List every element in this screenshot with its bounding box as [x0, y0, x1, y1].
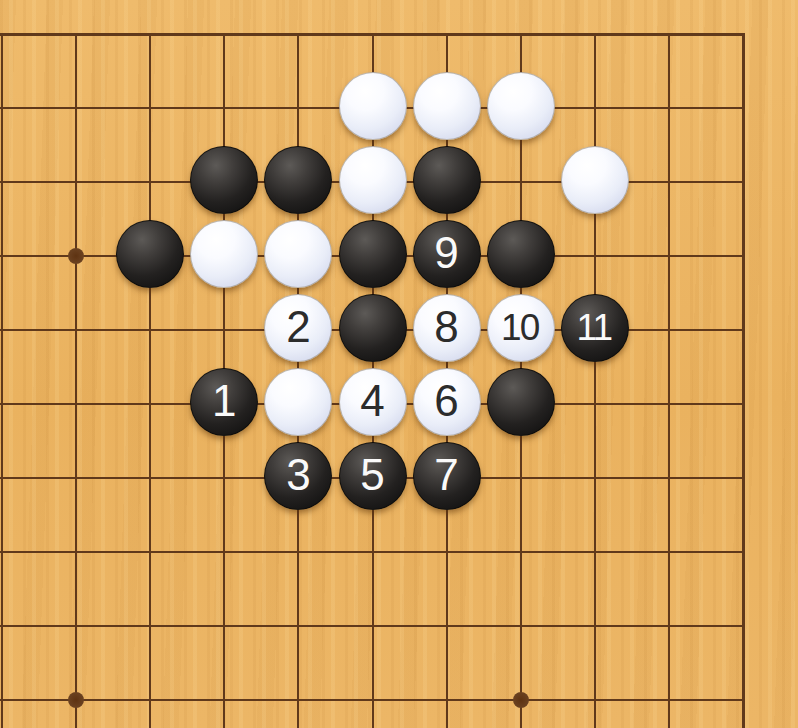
- stone-white[interactable]: [487, 72, 555, 140]
- move-number: 8: [434, 305, 458, 349]
- stone-black[interactable]: [487, 220, 555, 288]
- stone-black-move-3[interactable]: 3: [264, 442, 332, 510]
- stone-black[interactable]: [339, 294, 407, 362]
- stone-black-move-7[interactable]: 7: [413, 442, 481, 510]
- grid-line-horizontal: [0, 551, 745, 553]
- stone-black-move-5[interactable]: 5: [339, 442, 407, 510]
- stone-white[interactable]: [190, 220, 258, 288]
- stone-white[interactable]: [264, 220, 332, 288]
- stone-black-move-9[interactable]: 9: [413, 220, 481, 288]
- move-number: 7: [434, 453, 458, 497]
- move-number: 6: [434, 379, 458, 423]
- grid-line-vertical: [1, 33, 3, 728]
- move-number: 2: [286, 305, 310, 349]
- stone-black[interactable]: [264, 146, 332, 214]
- grid-line-vertical: [668, 33, 670, 728]
- stone-white[interactable]: [264, 368, 332, 436]
- move-number: 1: [212, 379, 236, 423]
- stone-black[interactable]: [413, 146, 481, 214]
- stone-black-move-1[interactable]: 1: [190, 368, 258, 436]
- grid-line-vertical: [75, 33, 77, 728]
- stone-white-move-8[interactable]: 8: [413, 294, 481, 362]
- grid-line-horizontal: [0, 625, 745, 627]
- move-number: 5: [360, 453, 384, 497]
- move-number: 3: [286, 453, 310, 497]
- stone-white[interactable]: [339, 146, 407, 214]
- stone-black-move-11[interactable]: 11: [561, 294, 629, 362]
- grid-line-vertical: [149, 33, 151, 728]
- stone-white[interactable]: [339, 72, 407, 140]
- grid-line-horizontal: [0, 699, 745, 701]
- stone-white-move-6[interactable]: 6: [413, 368, 481, 436]
- stone-black[interactable]: [339, 220, 407, 288]
- grid-line-vertical: [742, 33, 745, 728]
- move-number: 10: [501, 309, 538, 346]
- grid-line-vertical: [594, 33, 596, 728]
- stone-black[interactable]: [190, 146, 258, 214]
- stone-white-move-10[interactable]: 10: [487, 294, 555, 362]
- star-point: [513, 692, 529, 708]
- go-board[interactable]: 9281011146357: [0, 0, 798, 728]
- grid-line-horizontal: [0, 33, 745, 36]
- star-point: [68, 692, 84, 708]
- star-point: [68, 248, 84, 264]
- move-number: 11: [577, 309, 611, 346]
- stone-white[interactable]: [413, 72, 481, 140]
- stone-white-move-4[interactable]: 4: [339, 368, 407, 436]
- stone-white-move-2[interactable]: 2: [264, 294, 332, 362]
- move-number: 9: [434, 231, 458, 275]
- stone-black[interactable]: [487, 368, 555, 436]
- stone-white[interactable]: [561, 146, 629, 214]
- move-number: 4: [360, 379, 384, 423]
- stone-black[interactable]: [116, 220, 184, 288]
